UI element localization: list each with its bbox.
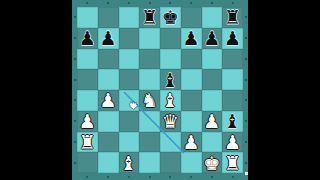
black-pawn-h7[interactable]: ♟ — [224, 28, 241, 48]
border-tick — [190, 176, 192, 178]
black-king-e8[interactable]: ♚ — [162, 7, 179, 27]
square-h4[interactable] — [222, 90, 243, 111]
white-queen-e3[interactable]: ♛ — [162, 111, 179, 131]
black-pawn-g7[interactable]: ♟ — [203, 28, 220, 48]
square-d4[interactable]: ♞ — [139, 90, 160, 111]
corner-marker-dot — [245, 172, 248, 175]
square-b2[interactable] — [98, 132, 119, 153]
square-f1[interactable] — [181, 152, 202, 173]
square-b8[interactable] — [98, 7, 119, 28]
square-g7[interactable]: ♟ — [202, 28, 223, 49]
black-bishop-e5[interactable]: ♝ — [162, 70, 179, 90]
white-bishop-c1[interactable]: ♝ — [120, 153, 137, 173]
border-tick — [245, 58, 247, 60]
square-a3[interactable]: ♟ — [77, 111, 98, 132]
square-c8[interactable] — [119, 7, 140, 28]
border-tick — [245, 37, 247, 39]
square-f6[interactable] — [181, 49, 202, 70]
border-tick — [245, 99, 247, 101]
square-g4[interactable] — [202, 90, 223, 111]
square-g8[interactable] — [202, 7, 223, 28]
square-a7[interactable]: ♟ — [77, 28, 98, 49]
border-tick — [128, 2, 130, 4]
board-grid: ♜♚♜♟♟♟♟♟♝♟♞♝♟♛♟♝♜♟♟♝♚♜ — [77, 7, 243, 173]
square-a6[interactable] — [77, 49, 98, 70]
square-a2[interactable]: ♜ — [77, 132, 98, 153]
square-a5[interactable] — [77, 69, 98, 90]
square-e8[interactable]: ♚ — [160, 7, 181, 28]
border-tick — [74, 162, 76, 164]
square-h6[interactable] — [222, 49, 243, 70]
border-tick — [74, 141, 76, 143]
white-pawn-a3[interactable]: ♟ — [79, 111, 96, 131]
black-pawn-a7[interactable]: ♟ — [79, 28, 96, 48]
square-d3[interactable] — [139, 111, 160, 132]
square-h3[interactable]: ♝ — [222, 111, 243, 132]
square-b3[interactable] — [98, 111, 119, 132]
square-h8[interactable]: ♜ — [222, 7, 243, 28]
square-a1[interactable] — [77, 152, 98, 173]
square-e5[interactable]: ♝ — [160, 69, 181, 90]
chess-board[interactable]: ♜♚♜♟♟♟♟♟♝♟♞♝♟♛♟♝♜♟♟♝♚♜ — [72, 0, 248, 180]
square-h7[interactable]: ♟ — [222, 28, 243, 49]
border-tick — [128, 176, 130, 178]
square-h1[interactable]: ♜ — [222, 152, 243, 173]
border-tick — [149, 176, 151, 178]
black-pawn-f7[interactable]: ♟ — [183, 28, 200, 48]
square-b7[interactable]: ♟ — [98, 28, 119, 49]
square-c1[interactable]: ♝ — [119, 152, 140, 173]
border-tick — [74, 58, 76, 60]
square-b6[interactable] — [98, 49, 119, 70]
square-h2[interactable]: ♟ — [222, 132, 243, 153]
square-c6[interactable] — [119, 49, 140, 70]
square-c7[interactable] — [119, 28, 140, 49]
square-d1[interactable] — [139, 152, 160, 173]
square-f7[interactable]: ♟ — [181, 28, 202, 49]
white-pawn-h2[interactable]: ♟ — [224, 132, 241, 152]
app-background: ♜♚♜♟♟♟♟♟♝♟♞♝♟♛♟♝♜♟♟♝♚♜ — [0, 0, 320, 180]
white-knight-d4[interactable]: ♞ — [141, 90, 158, 110]
border-tick — [211, 2, 213, 4]
square-c2[interactable] — [119, 132, 140, 153]
square-b1[interactable] — [98, 152, 119, 173]
border-tick — [169, 176, 171, 178]
square-d6[interactable] — [139, 49, 160, 70]
square-c5[interactable] — [119, 69, 140, 90]
border-tick — [190, 2, 192, 4]
border-tick — [107, 2, 109, 4]
white-pawn-g3[interactable]: ♟ — [203, 111, 220, 131]
square-d7[interactable] — [139, 28, 160, 49]
square-f4[interactable] — [181, 90, 202, 111]
square-e7[interactable] — [160, 28, 181, 49]
border-tick — [107, 176, 109, 178]
square-d2[interactable] — [139, 132, 160, 153]
white-rook-a2[interactable]: ♜ — [79, 132, 96, 152]
square-b5[interactable] — [98, 69, 119, 90]
border-tick — [232, 2, 234, 4]
border-tick — [74, 99, 76, 101]
border-tick — [245, 141, 247, 143]
square-g1[interactable]: ♚ — [202, 152, 223, 173]
border-tick — [74, 16, 76, 18]
border-tick — [86, 176, 88, 178]
black-rook-d8[interactable]: ♜ — [141, 7, 158, 27]
square-b4[interactable]: ♟ — [98, 90, 119, 111]
square-g5[interactable] — [202, 69, 223, 90]
border-tick — [86, 2, 88, 4]
border-tick — [74, 37, 76, 39]
white-rook-h1[interactable]: ♜ — [224, 153, 241, 173]
square-d8[interactable]: ♜ — [139, 7, 160, 28]
border-tick — [232, 176, 234, 178]
square-f2[interactable]: ♟ — [181, 132, 202, 153]
border-tick — [74, 79, 76, 81]
square-g2[interactable] — [202, 132, 223, 153]
border-tick — [211, 176, 213, 178]
border-tick — [169, 2, 171, 4]
square-g3[interactable]: ♟ — [202, 111, 223, 132]
border-tick — [74, 120, 76, 122]
square-h5[interactable] — [222, 69, 243, 90]
square-f8[interactable] — [181, 7, 202, 28]
white-king-g1[interactable]: ♚ — [203, 153, 220, 173]
border-tick — [245, 79, 247, 81]
square-e4[interactable]: ♝ — [160, 90, 181, 111]
square-e6[interactable] — [160, 49, 181, 70]
white-pawn-b4[interactable]: ♟ — [100, 90, 117, 110]
square-c3[interactable] — [119, 111, 140, 132]
square-f5[interactable] — [181, 69, 202, 90]
border-tick — [245, 16, 247, 18]
border-tick — [245, 162, 247, 164]
black-bishop-h3[interactable]: ♝ — [224, 111, 241, 131]
border-tick — [245, 120, 247, 122]
square-g6[interactable] — [202, 49, 223, 70]
square-d5[interactable] — [139, 69, 160, 90]
white-bishop-e4[interactable]: ♝ — [162, 90, 179, 110]
square-e3[interactable]: ♛ — [160, 111, 181, 132]
square-c4[interactable] — [119, 90, 140, 111]
white-pawn-f2[interactable]: ♟ — [183, 132, 200, 152]
square-f3[interactable] — [181, 111, 202, 132]
black-rook-h8[interactable]: ♜ — [224, 7, 241, 27]
border-tick — [149, 2, 151, 4]
black-pawn-b7[interactable]: ♟ — [100, 28, 117, 48]
square-a4[interactable] — [77, 90, 98, 111]
square-e2[interactable] — [160, 132, 181, 153]
square-a8[interactable] — [77, 7, 98, 28]
square-e1[interactable] — [160, 152, 181, 173]
